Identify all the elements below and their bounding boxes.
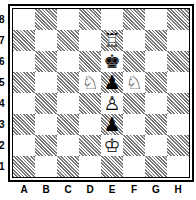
white-piece-outline: ♘︎ [123, 72, 145, 93]
square-e7[interactable]: ♜︎♖︎ [101, 30, 123, 51]
square-b5[interactable] [35, 72, 57, 93]
square-a8[interactable] [13, 9, 35, 30]
square-d7[interactable] [79, 30, 101, 51]
black-piece-glyph: ♟︎ [101, 72, 123, 93]
square-g6[interactable] [145, 51, 167, 72]
square-a2[interactable] [13, 135, 35, 156]
file-labels: ABCDEFGH [13, 184, 189, 196]
square-f6[interactable] [123, 51, 145, 72]
white-knight[interactable]: ♞︎♘︎ [79, 72, 101, 93]
square-c6[interactable] [57, 51, 79, 72]
square-e4[interactable]: ♟︎♙︎ [101, 93, 123, 114]
file-label-a: A [13, 184, 35, 196]
square-c1[interactable] [57, 156, 79, 177]
square-h6[interactable] [167, 51, 189, 72]
square-b1[interactable] [35, 156, 57, 177]
square-d2[interactable] [79, 135, 101, 156]
square-h3[interactable] [167, 114, 189, 135]
square-f5[interactable]: ♞︎♘︎ [123, 72, 145, 93]
square-d8[interactable] [79, 9, 101, 30]
black-piece-glyph: ♟︎ [101, 114, 123, 135]
square-a3[interactable] [13, 114, 35, 135]
square-h8[interactable] [167, 9, 189, 30]
square-c3[interactable] [57, 114, 79, 135]
square-b3[interactable] [35, 114, 57, 135]
rank-labels: 87654321 [0, 9, 7, 177]
square-e2[interactable]: ♚︎♔︎ [101, 135, 123, 156]
chessboard: ♜︎♖︎♚︎♞︎♘︎♟︎♞︎♘︎♟︎♙︎♟︎♚︎♔︎ [13, 9, 189, 177]
square-g2[interactable] [145, 135, 167, 156]
square-c4[interactable] [57, 93, 79, 114]
rank-label-3: 3 [0, 114, 7, 135]
white-piece-outline: ♖︎ [101, 30, 123, 51]
file-label-c: C [57, 184, 79, 196]
square-c8[interactable] [57, 9, 79, 30]
rank-label-7: 7 [0, 30, 7, 51]
rank-label-5: 5 [0, 72, 7, 93]
square-d5[interactable]: ♞︎♘︎ [79, 72, 101, 93]
file-label-f: F [123, 184, 145, 196]
black-pawn[interactable]: ♟︎ [101, 114, 123, 135]
chess-diagram: 87654321 ♜︎♖︎♚︎♞︎♘︎♟︎♞︎♘︎♟︎♙︎♟︎♚︎♔︎ ABCD… [0, 0, 196, 200]
white-knight[interactable]: ♞︎♘︎ [123, 72, 145, 93]
square-h2[interactable] [167, 135, 189, 156]
square-f8[interactable] [123, 9, 145, 30]
square-c2[interactable] [57, 135, 79, 156]
white-piece-outline: ♙︎ [101, 93, 123, 114]
square-h5[interactable] [167, 72, 189, 93]
file-label-g: G [145, 184, 167, 196]
square-b7[interactable] [35, 30, 57, 51]
square-e6[interactable]: ♚︎ [101, 51, 123, 72]
square-b4[interactable] [35, 93, 57, 114]
square-f4[interactable] [123, 93, 145, 114]
square-f7[interactable] [123, 30, 145, 51]
white-pawn[interactable]: ♟︎♙︎ [101, 93, 123, 114]
square-g3[interactable] [145, 114, 167, 135]
square-b8[interactable] [35, 9, 57, 30]
square-a4[interactable] [13, 93, 35, 114]
white-piece-outline: ♘︎ [79, 72, 101, 93]
square-h4[interactable] [167, 93, 189, 114]
square-h7[interactable] [167, 30, 189, 51]
square-e3[interactable]: ♟︎ [101, 114, 123, 135]
square-g7[interactable] [145, 30, 167, 51]
square-e5[interactable]: ♟︎ [101, 72, 123, 93]
white-piece-outline: ♔︎ [101, 135, 123, 156]
square-d3[interactable] [79, 114, 101, 135]
black-king[interactable]: ♚︎ [101, 51, 123, 72]
square-b6[interactable] [35, 51, 57, 72]
square-f1[interactable] [123, 156, 145, 177]
square-f3[interactable] [123, 114, 145, 135]
square-a6[interactable] [13, 51, 35, 72]
square-g4[interactable] [145, 93, 167, 114]
square-g1[interactable] [145, 156, 167, 177]
file-label-b: B [35, 184, 57, 196]
rank-label-4: 4 [0, 93, 7, 114]
rank-label-6: 6 [0, 51, 7, 72]
square-e8[interactable] [101, 9, 123, 30]
board-frame: ♜︎♖︎♚︎♞︎♘︎♟︎♞︎♘︎♟︎♙︎♟︎♚︎♔︎ [8, 4, 194, 182]
square-a1[interactable] [13, 156, 35, 177]
file-label-d: D [79, 184, 101, 196]
square-d4[interactable] [79, 93, 101, 114]
square-g5[interactable] [145, 72, 167, 93]
square-b2[interactable] [35, 135, 57, 156]
board-inner-border: ♜︎♖︎♚︎♞︎♘︎♟︎♞︎♘︎♟︎♙︎♟︎♚︎♔︎ [12, 8, 190, 178]
square-d1[interactable] [79, 156, 101, 177]
black-pawn[interactable]: ♟︎ [101, 72, 123, 93]
square-g8[interactable] [145, 9, 167, 30]
file-label-h: H [167, 184, 189, 196]
square-a5[interactable] [13, 72, 35, 93]
square-h1[interactable] [167, 156, 189, 177]
square-a7[interactable] [13, 30, 35, 51]
rank-label-1: 1 [0, 156, 7, 177]
file-label-e: E [101, 184, 123, 196]
square-d6[interactable] [79, 51, 101, 72]
square-c7[interactable] [57, 30, 79, 51]
white-rook[interactable]: ♜︎♖︎ [101, 30, 123, 51]
square-c5[interactable] [57, 72, 79, 93]
rank-label-8: 8 [0, 9, 7, 30]
square-e1[interactable] [101, 156, 123, 177]
white-king[interactable]: ♚︎♔︎ [101, 135, 123, 156]
square-f2[interactable] [123, 135, 145, 156]
rank-label-2: 2 [0, 135, 7, 156]
black-piece-glyph: ♚︎ [101, 51, 123, 72]
